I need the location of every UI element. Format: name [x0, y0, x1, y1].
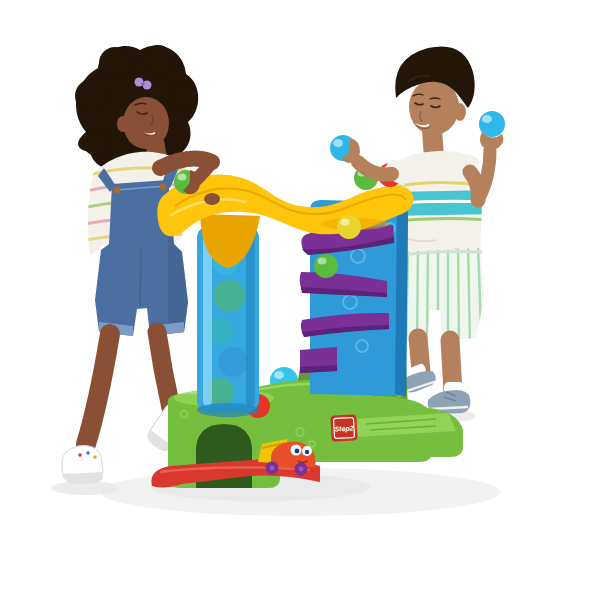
scene-illustration: Step2: [0, 0, 600, 600]
boy-head: [395, 46, 474, 135]
brand-logo: Step2: [330, 414, 357, 441]
ramp-ball-green: [314, 254, 338, 278]
girl-shoe-left: [62, 445, 103, 483]
product-photo: Step2: [0, 0, 600, 600]
ramp-ball-yellow: [337, 215, 361, 239]
girl-far-hand: [204, 193, 220, 205]
